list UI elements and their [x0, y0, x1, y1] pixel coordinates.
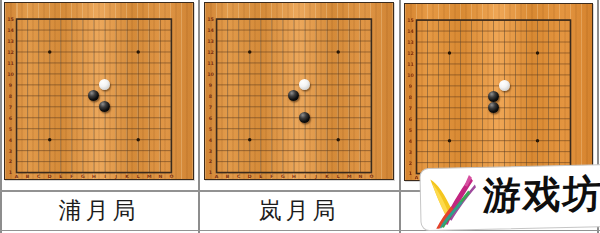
black-stone: [488, 102, 499, 113]
caption-panel-1: 浦月局: [0, 191, 198, 229]
watermark-badge: 游戏坊: [419, 164, 600, 231]
board-panel-3: 151413121110987654321ABCDEFGHIJKLMNO: [404, 3, 593, 181]
white-stone: [499, 80, 510, 91]
board-panel-2: 151413121110987654321ABCDEFGHIJKLMNO: [204, 2, 394, 180]
renju-openings-figure: 151413121110987654321ABCDEFGHIJKLMNO 151…: [0, 0, 600, 233]
table-border-mid1: [198, 0, 200, 233]
watermark-site-name: 游戏坊: [482, 171, 600, 218]
caption-panel-2: 岚月局: [199, 191, 399, 229]
black-stone: [488, 91, 499, 102]
white-stone: [299, 79, 310, 90]
black-stone: [88, 90, 99, 101]
brush-strokes-logo-icon: [424, 170, 479, 229]
white-stone: [99, 79, 110, 90]
stones-grid: [411, 15, 576, 179]
board-panel-1: 151413121110987654321ABCDEFGHIJKLMNO: [4, 2, 194, 180]
black-stone: [99, 101, 110, 112]
stones-grid: [211, 14, 376, 178]
black-stone: [299, 112, 310, 123]
table-border-left: [0, 0, 2, 233]
stones-grid: [11, 14, 176, 178]
black-stone: [288, 90, 299, 101]
table-border-mid2: [399, 0, 401, 233]
table-border-bottom: [0, 230, 600, 232]
